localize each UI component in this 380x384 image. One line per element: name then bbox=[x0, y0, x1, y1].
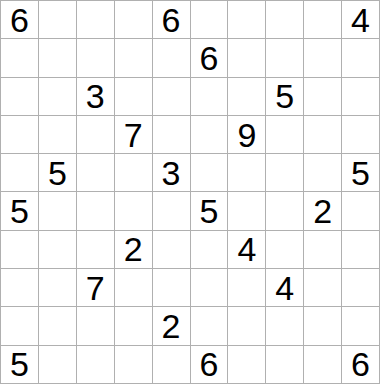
cell-r9c9[interactable] bbox=[304, 307, 341, 344]
cell-r7c4[interactable]: 2 bbox=[115, 231, 152, 268]
cell-r1c1[interactable]: 6 bbox=[1, 1, 38, 38]
cell-r5c5[interactable]: 3 bbox=[153, 154, 190, 191]
cell-r5c3[interactable] bbox=[77, 154, 114, 191]
cell-r4c10[interactable] bbox=[342, 116, 379, 153]
given-digit: 5 bbox=[48, 156, 67, 190]
cell-r8c10[interactable] bbox=[342, 269, 379, 306]
given-digit: 2 bbox=[313, 194, 332, 228]
cell-r8c3[interactable]: 7 bbox=[77, 269, 114, 306]
cell-r3c7[interactable] bbox=[228, 78, 265, 115]
given-digit: 2 bbox=[124, 232, 143, 266]
cell-r10c1[interactable]: 5 bbox=[1, 346, 38, 383]
cell-r6c1[interactable]: 5 bbox=[1, 192, 38, 229]
cell-r7c10[interactable] bbox=[342, 231, 379, 268]
cell-r1c10[interactable]: 4 bbox=[342, 1, 379, 38]
cell-r1c4[interactable] bbox=[115, 1, 152, 38]
cell-r2c7[interactable] bbox=[228, 39, 265, 76]
cell-r6c7[interactable] bbox=[228, 192, 265, 229]
cell-r2c4[interactable] bbox=[115, 39, 152, 76]
cell-r9c8[interactable] bbox=[266, 307, 303, 344]
cell-r1c9[interactable] bbox=[304, 1, 341, 38]
cell-r2c1[interactable] bbox=[1, 39, 38, 76]
cell-r8c8[interactable]: 4 bbox=[266, 269, 303, 306]
cell-r4c6[interactable] bbox=[191, 116, 228, 153]
cell-r3c6[interactable] bbox=[191, 78, 228, 115]
cell-r2c9[interactable] bbox=[304, 39, 341, 76]
cell-r8c5[interactable] bbox=[153, 269, 190, 306]
cell-r6c2[interactable] bbox=[39, 192, 76, 229]
given-digit: 6 bbox=[199, 41, 218, 75]
cell-r3c9[interactable] bbox=[304, 78, 341, 115]
cell-r1c7[interactable] bbox=[228, 1, 265, 38]
cell-r3c10[interactable] bbox=[342, 78, 379, 115]
cell-r10c10[interactable]: 6 bbox=[342, 346, 379, 383]
cell-r8c9[interactable] bbox=[304, 269, 341, 306]
given-digit: 6 bbox=[10, 3, 29, 37]
cell-r3c5[interactable] bbox=[153, 78, 190, 115]
cell-r3c4[interactable] bbox=[115, 78, 152, 115]
given-digit: 4 bbox=[275, 271, 294, 305]
cell-r10c8[interactable] bbox=[266, 346, 303, 383]
cell-r5c9[interactable] bbox=[304, 154, 341, 191]
cell-r5c4[interactable] bbox=[115, 154, 152, 191]
cell-r6c3[interactable] bbox=[77, 192, 114, 229]
cell-r2c5[interactable] bbox=[153, 39, 190, 76]
cell-r4c1[interactable] bbox=[1, 116, 38, 153]
cell-r8c1[interactable] bbox=[1, 269, 38, 306]
given-digit: 5 bbox=[10, 347, 29, 381]
cell-r5c2[interactable]: 5 bbox=[39, 154, 76, 191]
cell-r7c8[interactable] bbox=[266, 231, 303, 268]
cell-r8c4[interactable] bbox=[115, 269, 152, 306]
cell-r9c1[interactable] bbox=[1, 307, 38, 344]
cell-r5c6[interactable] bbox=[191, 154, 228, 191]
cell-r8c6[interactable] bbox=[191, 269, 228, 306]
cell-r10c2[interactable] bbox=[39, 346, 76, 383]
cell-r10c6[interactable]: 6 bbox=[191, 346, 228, 383]
cell-r2c6[interactable]: 6 bbox=[191, 39, 228, 76]
cell-r4c8[interactable] bbox=[266, 116, 303, 153]
cell-r4c3[interactable] bbox=[77, 116, 114, 153]
given-digit: 6 bbox=[351, 347, 370, 381]
cell-r9c4[interactable] bbox=[115, 307, 152, 344]
cell-r1c5[interactable]: 6 bbox=[153, 1, 190, 38]
cell-r3c2[interactable] bbox=[39, 78, 76, 115]
cell-r4c2[interactable] bbox=[39, 116, 76, 153]
cell-r2c2[interactable] bbox=[39, 39, 76, 76]
cell-r5c10[interactable]: 5 bbox=[342, 154, 379, 191]
cell-r6c4[interactable] bbox=[115, 192, 152, 229]
given-digit: 6 bbox=[162, 3, 181, 37]
given-digit: 9 bbox=[237, 118, 256, 152]
cell-r10c7[interactable] bbox=[228, 346, 265, 383]
cell-r10c3[interactable] bbox=[77, 346, 114, 383]
cell-r3c1[interactable] bbox=[1, 78, 38, 115]
cell-r7c6[interactable] bbox=[191, 231, 228, 268]
cell-r1c3[interactable] bbox=[77, 1, 114, 38]
cell-r7c7[interactable]: 4 bbox=[228, 231, 265, 268]
given-digit: 2 bbox=[162, 309, 181, 343]
cell-r4c4[interactable]: 7 bbox=[115, 116, 152, 153]
given-digit: 5 bbox=[351, 156, 370, 190]
cell-r2c8[interactable] bbox=[266, 39, 303, 76]
given-digit: 3 bbox=[86, 79, 105, 113]
cell-r9c6[interactable] bbox=[191, 307, 228, 344]
cell-r9c5[interactable]: 2 bbox=[153, 307, 190, 344]
given-digit: 4 bbox=[351, 3, 370, 37]
cell-r2c10[interactable] bbox=[342, 39, 379, 76]
cell-r1c8[interactable] bbox=[266, 1, 303, 38]
cell-r5c7[interactable] bbox=[228, 154, 265, 191]
cell-r6c8[interactable] bbox=[266, 192, 303, 229]
cell-r4c5[interactable] bbox=[153, 116, 190, 153]
given-digit: 5 bbox=[199, 194, 218, 228]
cell-r10c5[interactable] bbox=[153, 346, 190, 383]
cell-r10c4[interactable] bbox=[115, 346, 152, 383]
cell-r9c2[interactable] bbox=[39, 307, 76, 344]
cell-r1c2[interactable] bbox=[39, 1, 76, 38]
cell-r10c9[interactable] bbox=[304, 346, 341, 383]
cell-r7c9[interactable] bbox=[304, 231, 341, 268]
cell-r7c1[interactable] bbox=[1, 231, 38, 268]
cell-r9c10[interactable] bbox=[342, 307, 379, 344]
cell-r4c7[interactable]: 9 bbox=[228, 116, 265, 153]
cell-r5c1[interactable] bbox=[1, 154, 38, 191]
cell-r4c9[interactable] bbox=[304, 116, 341, 153]
cell-r6c10[interactable] bbox=[342, 192, 379, 229]
cell-r6c5[interactable] bbox=[153, 192, 190, 229]
given-digit: 7 bbox=[86, 271, 105, 305]
cell-r8c2[interactable] bbox=[39, 269, 76, 306]
puzzle-board: 6646357953555224742566 bbox=[0, 0, 380, 384]
cell-r6c6[interactable]: 5 bbox=[191, 192, 228, 229]
given-digit: 5 bbox=[10, 194, 29, 228]
given-digit: 5 bbox=[275, 79, 294, 113]
given-digit: 6 bbox=[199, 347, 218, 381]
cell-r7c3[interactable] bbox=[77, 231, 114, 268]
cell-r9c7[interactable] bbox=[228, 307, 265, 344]
cell-r7c5[interactable] bbox=[153, 231, 190, 268]
cell-r7c2[interactable] bbox=[39, 231, 76, 268]
cell-r6c9[interactable]: 2 bbox=[304, 192, 341, 229]
cell-r3c8[interactable]: 5 bbox=[266, 78, 303, 115]
given-digit: 4 bbox=[237, 232, 256, 266]
cell-r9c3[interactable] bbox=[77, 307, 114, 344]
cell-r1c6[interactable] bbox=[191, 1, 228, 38]
given-digit: 7 bbox=[124, 118, 143, 152]
cell-r2c3[interactable] bbox=[77, 39, 114, 76]
cell-r5c8[interactable] bbox=[266, 154, 303, 191]
given-digit: 3 bbox=[162, 156, 181, 190]
cell-r8c7[interactable] bbox=[228, 269, 265, 306]
cell-r3c3[interactable]: 3 bbox=[77, 78, 114, 115]
